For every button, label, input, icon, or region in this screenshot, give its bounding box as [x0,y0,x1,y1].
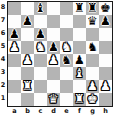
square-h5[interactable] [99,41,112,54]
piece-black-knight-e4[interactable]: ♞ [61,54,72,67]
square-b1[interactable] [21,93,34,106]
file-label-e: e [60,108,73,115]
square-b4[interactable]: ♟ [21,54,34,67]
piece-white-queen-d1[interactable]: ♛ [48,93,59,106]
square-a3[interactable] [8,67,21,80]
piece-black-pawn-h7[interactable]: ♟ [100,15,111,28]
square-c2[interactable] [34,80,47,93]
square-g7[interactable]: ♛ [86,15,99,28]
square-d1[interactable]: ♛ [47,93,60,106]
piece-white-bishop-f3[interactable]: ♝ [74,67,85,80]
file-label-h: h [99,108,112,115]
square-a1[interactable] [8,93,21,106]
square-h7[interactable]: ♟ [99,15,112,28]
square-h4[interactable] [99,54,112,67]
square-h1[interactable] [99,93,112,106]
file-label-a: a [8,108,21,115]
square-d4[interactable]: ♟ [47,54,60,67]
square-e8[interactable] [60,2,73,15]
piece-black-knight-g5[interactable]: ♞ [87,41,98,54]
square-f6[interactable] [73,28,86,41]
square-a8[interactable] [8,2,21,15]
rank-label-4: 4 [0,53,6,66]
square-g4[interactable] [86,54,99,67]
square-c1[interactable] [34,93,47,106]
rank-label-2: 2 [0,79,6,92]
square-e4[interactable]: ♞ [60,54,73,67]
file-label-d: d [47,108,60,115]
chess-diagram: ♝♜♜♚♟♛♟♟♟♟♞♟♞♞♟♟♞♟♝♜♟♟♛♜♚ 8 7 6 5 4 3 2 … [0,0,115,115]
file-label-c: c [34,108,47,115]
square-c4[interactable] [34,54,47,67]
rank-label-1: 1 [0,92,6,105]
piece-white-knight-c5[interactable]: ♞ [35,41,46,54]
square-e1[interactable] [60,93,73,106]
square-f1[interactable]: ♜ [73,93,86,106]
piece-white-rook-b2[interactable]: ♜ [22,80,33,93]
piece-white-rook-f1[interactable]: ♜ [74,93,85,106]
piece-white-pawn-a5[interactable]: ♟ [9,41,20,54]
square-c5[interactable]: ♞ [34,41,47,54]
square-c3[interactable] [34,67,47,80]
square-a5[interactable]: ♟ [8,41,21,54]
square-f8[interactable]: ♜ [73,2,86,15]
square-d3[interactable] [47,67,60,80]
piece-black-rook-f8[interactable]: ♜ [74,2,85,15]
piece-black-queen-g7[interactable]: ♛ [87,15,98,28]
piece-black-bishop-c8[interactable]: ♝ [35,2,46,15]
square-c8[interactable]: ♝ [34,2,47,15]
file-label-f: f [73,108,86,115]
square-b6[interactable] [21,28,34,41]
file-label-b: b [21,108,34,115]
square-h6[interactable] [99,28,112,41]
square-h2[interactable]: ♟ [99,80,112,93]
piece-white-pawn-h2[interactable]: ♟ [100,80,111,93]
rank-label-5: 5 [0,40,6,53]
file-label-g: g [86,108,99,115]
square-e3[interactable] [60,67,73,80]
rank-label-8: 8 [0,1,6,14]
square-b7[interactable]: ♟ [21,15,34,28]
piece-white-king-g1[interactable]: ♚ [87,93,98,106]
rank-label-3: 3 [0,66,6,79]
chess-board: ♝♜♜♚♟♛♟♟♟♟♞♟♞♞♟♟♞♟♝♜♟♟♛♜♚ [7,1,113,107]
rank-label-7: 7 [0,14,6,27]
square-f3[interactable]: ♝ [73,67,86,80]
square-g5[interactable]: ♞ [86,41,99,54]
square-b2[interactable]: ♜ [21,80,34,93]
square-a4[interactable] [8,54,21,67]
square-d8[interactable] [47,2,60,15]
square-e2[interactable] [60,80,73,93]
piece-white-pawn-b4[interactable]: ♟ [22,54,33,67]
square-a2[interactable] [8,80,21,93]
square-f7[interactable] [73,15,86,28]
piece-black-pawn-b7[interactable]: ♟ [22,15,33,28]
square-e7[interactable] [60,15,73,28]
square-d7[interactable] [47,15,60,28]
rank-label-6: 6 [0,27,6,40]
piece-white-pawn-d4[interactable]: ♟ [48,54,59,67]
square-g1[interactable]: ♚ [86,93,99,106]
